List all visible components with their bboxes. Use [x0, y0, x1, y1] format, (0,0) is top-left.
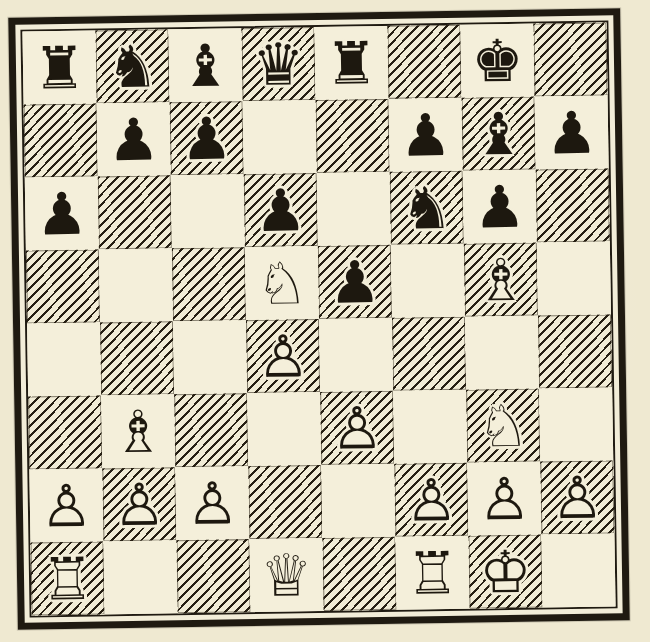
piece-black-queen-d8: ♛♛ [245, 31, 312, 98]
piece-white-bishop-b3: ♝♗ [105, 398, 172, 465]
black-piece-solid-glyph: ♟ [392, 101, 459, 168]
square-h5 [537, 241, 611, 315]
white-piece-outline-glyph: ♙ [33, 472, 100, 539]
black-piece-solid-glyph: ♟ [466, 173, 533, 240]
square-f5 [391, 244, 465, 318]
piece-black-pawn-d6: ♟♟ [247, 177, 314, 244]
square-a2: ♟♙ [29, 468, 103, 542]
square-a3 [28, 395, 102, 469]
square-f1: ♜♖ [395, 536, 469, 610]
white-piece-outline-glyph: ♔ [472, 538, 539, 605]
square-e3: ♟♙ [320, 391, 394, 465]
square-f4 [392, 317, 466, 391]
piece-black-pawn-h7: ♟♟ [538, 99, 605, 166]
piece-white-pawn-b2: ♟♙ [106, 471, 173, 538]
square-e2 [321, 464, 395, 538]
square-g5: ♝♗ [464, 243, 538, 317]
black-piece-solid-glyph: ♜ [26, 34, 93, 101]
square-d5: ♞♘ [245, 246, 319, 320]
square-f6: ♞♞ [390, 171, 464, 245]
square-a7 [24, 103, 98, 177]
square-c1 [176, 539, 250, 613]
square-d6: ♟♟ [244, 173, 318, 247]
black-piece-solid-glyph: ♟ [321, 248, 388, 315]
white-piece-outline-glyph: ♗ [105, 398, 172, 465]
white-piece-outline-glyph: ♗ [467, 246, 534, 313]
piece-black-knight-b8: ♞♞ [99, 33, 166, 100]
square-c6 [171, 174, 245, 248]
square-c3 [174, 393, 248, 467]
piece-black-pawn-g6: ♟♟ [466, 173, 533, 240]
black-piece-solid-glyph: ♟ [538, 99, 605, 166]
piece-white-bishop-g5: ♝♗ [467, 246, 534, 313]
square-e4 [319, 318, 393, 392]
square-h7: ♟♟ [535, 95, 609, 169]
square-d1: ♛♕ [249, 538, 323, 612]
square-c4 [173, 320, 247, 394]
square-g1: ♚♔ [468, 535, 542, 609]
white-piece-outline-glyph: ♙ [398, 466, 465, 533]
piece-black-pawn-c7: ♟♟ [173, 105, 240, 172]
piece-white-pawn-g2: ♟♙ [471, 465, 538, 532]
square-e5: ♟♟ [318, 245, 392, 319]
black-piece-solid-glyph: ♟ [247, 177, 314, 244]
square-g8: ♚♚ [460, 24, 534, 98]
square-c8: ♝♝ [168, 28, 242, 102]
square-h8 [533, 22, 607, 96]
white-piece-outline-glyph: ♙ [179, 470, 246, 537]
square-b1 [103, 540, 177, 614]
square-g2: ♟♙ [467, 462, 541, 536]
square-e1 [322, 537, 396, 611]
square-e8: ♜♜ [314, 26, 388, 100]
square-f8 [387, 25, 461, 99]
square-d8: ♛♛ [241, 27, 315, 101]
square-a5 [26, 249, 100, 323]
piece-black-pawn-f7: ♟♟ [392, 101, 459, 168]
square-g4 [465, 316, 539, 390]
square-b6 [98, 175, 172, 249]
white-piece-outline-glyph: ♙ [250, 323, 317, 390]
black-piece-solid-glyph: ♞ [99, 33, 166, 100]
piece-white-pawn-c2: ♟♙ [179, 470, 246, 537]
black-piece-solid-glyph: ♝ [465, 100, 532, 167]
chess-board: ♜♜♞♞♝♝♛♛♜♜♚♚♟♟♟♟♟♟♝♝♟♟♟♟♟♟♞♞♟♟♞♘♟♟♝♗♟♙♝♗… [22, 22, 615, 615]
square-h4 [538, 314, 612, 388]
piece-white-knight-d5: ♞♘ [248, 250, 315, 317]
black-piece-solid-glyph: ♚ [464, 27, 531, 94]
piece-black-pawn-a6: ♟♟ [28, 180, 95, 247]
white-piece-outline-glyph: ♖ [34, 545, 101, 612]
board-frame: ♜♜♞♞♝♝♛♛♜♜♚♚♟♟♟♟♟♟♝♝♟♟♟♟♟♟♞♞♟♟♞♘♟♟♝♗♟♙♝♗… [8, 8, 630, 630]
square-f3 [393, 390, 467, 464]
piece-black-rook-e8: ♜♜ [318, 29, 385, 96]
square-d4: ♟♙ [246, 319, 320, 393]
square-a8: ♜♜ [22, 30, 96, 104]
square-e6 [317, 172, 391, 246]
scanned-page: ♜♜♞♞♝♝♛♛♜♜♚♚♟♟♟♟♟♟♝♝♟♟♟♟♟♟♞♞♟♟♞♘♟♟♝♗♟♙♝♗… [0, 0, 650, 642]
square-a1: ♜♖ [30, 541, 104, 615]
black-piece-solid-glyph: ♟ [28, 180, 95, 247]
square-f2: ♟♙ [394, 463, 468, 537]
piece-black-rook-a8: ♜♜ [26, 34, 93, 101]
black-piece-solid-glyph: ♝ [172, 32, 239, 99]
square-g6: ♟♟ [463, 170, 537, 244]
square-h3 [539, 387, 613, 461]
square-f7: ♟♟ [389, 98, 463, 172]
piece-white-pawn-e3: ♟♙ [324, 394, 391, 461]
square-b4 [100, 321, 174, 395]
piece-white-rook-f1: ♜♖ [399, 539, 466, 606]
black-piece-solid-glyph: ♜ [318, 29, 385, 96]
square-b2: ♟♙ [102, 467, 176, 541]
square-b5 [99, 248, 173, 322]
square-g3: ♞♘ [466, 389, 540, 463]
white-piece-outline-glyph: ♘ [470, 392, 537, 459]
piece-white-pawn-a2: ♟♙ [33, 472, 100, 539]
square-b8: ♞♞ [95, 29, 169, 103]
square-c2: ♟♙ [175, 466, 249, 540]
piece-black-pawn-b7: ♟♟ [100, 106, 167, 173]
square-h1 [541, 533, 615, 607]
square-h6 [536, 168, 610, 242]
piece-white-pawn-f2: ♟♙ [398, 466, 465, 533]
piece-white-knight-g3: ♞♘ [470, 392, 537, 459]
square-b3: ♝♗ [101, 394, 175, 468]
piece-white-queen-d1: ♛♕ [253, 542, 320, 609]
black-piece-solid-glyph: ♞ [393, 174, 460, 241]
square-d7 [243, 100, 317, 174]
square-a6: ♟♟ [25, 176, 99, 250]
white-piece-outline-glyph: ♕ [253, 542, 320, 609]
piece-black-bishop-g7: ♝♝ [465, 100, 532, 167]
square-b7: ♟♟ [97, 102, 171, 176]
piece-black-bishop-c8: ♝♝ [172, 32, 239, 99]
piece-white-pawn-h2: ♟♙ [544, 464, 611, 531]
square-d2 [248, 465, 322, 539]
square-c5 [172, 247, 246, 321]
piece-black-pawn-e5: ♟♟ [321, 248, 388, 315]
board-inner-border: ♜♜♞♞♝♝♛♛♜♜♚♚♟♟♟♟♟♟♝♝♟♟♟♟♟♟♞♞♟♟♞♘♟♟♝♗♟♙♝♗… [20, 20, 617, 617]
piece-white-king-g1: ♚♔ [472, 538, 539, 605]
piece-white-pawn-d4: ♟♙ [250, 323, 317, 390]
black-piece-solid-glyph: ♟ [100, 106, 167, 173]
white-piece-outline-glyph: ♙ [106, 471, 173, 538]
piece-black-knight-f6: ♞♞ [393, 174, 460, 241]
black-piece-solid-glyph: ♟ [173, 105, 240, 172]
white-piece-outline-glyph: ♖ [399, 539, 466, 606]
white-piece-outline-glyph: ♙ [471, 465, 538, 532]
black-piece-solid-glyph: ♛ [245, 31, 312, 98]
piece-white-rook-a1: ♜♖ [34, 545, 101, 612]
square-c7: ♟♟ [170, 101, 244, 175]
white-piece-outline-glyph: ♙ [324, 394, 391, 461]
white-piece-outline-glyph: ♙ [544, 464, 611, 531]
white-piece-outline-glyph: ♘ [248, 250, 315, 317]
square-d3 [247, 392, 321, 466]
piece-black-king-g8: ♚♚ [464, 27, 531, 94]
square-g7: ♝♝ [462, 97, 536, 171]
square-h2: ♟♙ [540, 460, 614, 534]
square-e7 [316, 99, 390, 173]
square-a4 [27, 322, 101, 396]
